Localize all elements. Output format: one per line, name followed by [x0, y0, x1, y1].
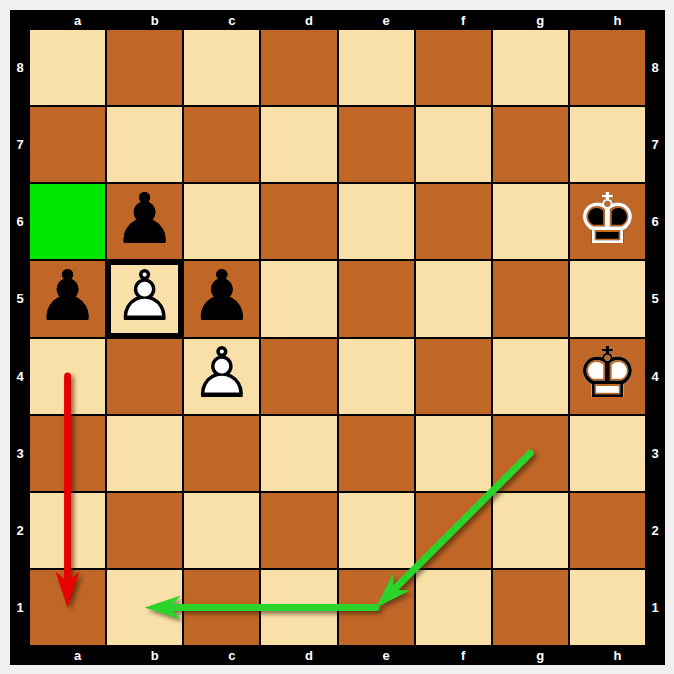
rank-label-4: 4	[10, 339, 30, 414]
square-c3[interactable]	[184, 416, 259, 491]
rank-label-6: 6	[645, 184, 665, 259]
square-d2[interactable]	[261, 493, 336, 568]
white-pawn[interactable]: ♟♙	[107, 261, 182, 336]
square-g7[interactable]	[493, 107, 568, 182]
chess-board: ♟♙♚♔♟♙♟♙♟♙♟♙♚♔	[30, 30, 645, 645]
square-h6[interactable]: ♚♔	[570, 184, 645, 259]
square-g6[interactable]	[493, 184, 568, 259]
rank-label-3: 3	[645, 416, 665, 491]
square-c5[interactable]: ♟♙	[184, 261, 259, 336]
square-h5[interactable]	[570, 261, 645, 336]
square-g1[interactable]	[493, 570, 568, 645]
square-h4[interactable]: ♚♔	[570, 339, 645, 414]
rank-labels-left: 87654321	[10, 30, 30, 645]
square-g4[interactable]	[493, 339, 568, 414]
square-d3[interactable]	[261, 416, 336, 491]
square-h2[interactable]	[570, 493, 645, 568]
square-d4[interactable]	[261, 339, 336, 414]
square-d5[interactable]	[261, 261, 336, 336]
file-label-b: b	[117, 10, 192, 30]
square-b2[interactable]	[107, 493, 182, 568]
square-h7[interactable]	[570, 107, 645, 182]
black-pawn[interactable]: ♟♙	[107, 184, 182, 259]
rank-label-2: 2	[10, 493, 30, 568]
square-c2[interactable]	[184, 493, 259, 568]
square-f8[interactable]	[416, 30, 491, 105]
square-b3[interactable]	[107, 416, 182, 491]
rank-labels-right: 87654321	[645, 30, 665, 645]
square-f2[interactable]	[416, 493, 491, 568]
rank-label-5: 5	[645, 261, 665, 336]
file-label-b: b	[117, 645, 192, 665]
file-label-g: g	[503, 10, 578, 30]
file-label-a: a	[40, 645, 115, 665]
square-c7[interactable]	[184, 107, 259, 182]
black-pawn[interactable]: ♟♙	[184, 261, 259, 336]
file-label-h: h	[580, 10, 655, 30]
white-king[interactable]: ♚♔	[570, 339, 645, 414]
file-label-f: f	[426, 645, 501, 665]
square-e5[interactable]	[339, 261, 414, 336]
square-h1[interactable]	[570, 570, 645, 645]
chess-board-frame: abcdefgh abcdefgh 87654321 87654321 ♟♙♚♔…	[10, 10, 665, 665]
rank-label-1: 1	[10, 570, 30, 645]
square-f3[interactable]	[416, 416, 491, 491]
file-label-d: d	[271, 645, 346, 665]
square-e7[interactable]	[339, 107, 414, 182]
square-c8[interactable]	[184, 30, 259, 105]
square-g8[interactable]	[493, 30, 568, 105]
square-g3[interactable]	[493, 416, 568, 491]
square-e3[interactable]	[339, 416, 414, 491]
square-e1[interactable]	[339, 570, 414, 645]
square-b5[interactable]: ♟♙	[107, 261, 182, 336]
square-f7[interactable]	[416, 107, 491, 182]
file-label-g: g	[503, 645, 578, 665]
square-d8[interactable]	[261, 30, 336, 105]
square-c6[interactable]	[184, 184, 259, 259]
white-king-outline: ♔	[576, 338, 639, 408]
file-label-f: f	[426, 10, 501, 30]
square-a5[interactable]: ♟♙	[30, 261, 105, 336]
square-d1[interactable]	[261, 570, 336, 645]
square-e8[interactable]	[339, 30, 414, 105]
square-a8[interactable]	[30, 30, 105, 105]
white-pawn-outline: ♙	[190, 338, 253, 408]
file-label-c: c	[194, 645, 269, 665]
black-king-outline: ♔	[576, 184, 639, 254]
black-king[interactable]: ♚♔	[570, 184, 645, 259]
square-h8[interactable]	[570, 30, 645, 105]
square-f6[interactable]	[416, 184, 491, 259]
file-label-e: e	[349, 645, 424, 665]
square-b8[interactable]	[107, 30, 182, 105]
square-g5[interactable]	[493, 261, 568, 336]
square-a1[interactable]	[30, 570, 105, 645]
square-b1[interactable]	[107, 570, 182, 645]
rank-label-7: 7	[645, 107, 665, 182]
black-pawn-outline: ♙	[113, 184, 176, 254]
rank-label-8: 8	[645, 30, 665, 105]
rank-label-7: 7	[10, 107, 30, 182]
rank-label-4: 4	[645, 339, 665, 414]
square-e2[interactable]	[339, 493, 414, 568]
black-pawn-outline: ♙	[190, 261, 253, 331]
square-f4[interactable]	[416, 339, 491, 414]
rank-label-6: 6	[10, 184, 30, 259]
square-d7[interactable]	[261, 107, 336, 182]
rank-label-5: 5	[10, 261, 30, 336]
square-c1[interactable]	[184, 570, 259, 645]
file-label-d: d	[271, 10, 346, 30]
square-h3[interactable]	[570, 416, 645, 491]
rank-label-2: 2	[645, 493, 665, 568]
file-label-e: e	[349, 10, 424, 30]
square-f1[interactable]	[416, 570, 491, 645]
square-b4[interactable]	[107, 339, 182, 414]
file-label-c: c	[194, 10, 269, 30]
rank-label-8: 8	[10, 30, 30, 105]
square-a2[interactable]	[30, 493, 105, 568]
square-d6[interactable]	[261, 184, 336, 259]
square-a7[interactable]	[30, 107, 105, 182]
square-e4[interactable]	[339, 339, 414, 414]
square-g2[interactable]	[493, 493, 568, 568]
square-b6[interactable]: ♟♙	[107, 184, 182, 259]
square-a4[interactable]	[30, 339, 105, 414]
square-a6[interactable]	[30, 184, 105, 259]
white-pawn-outline: ♙	[113, 261, 176, 331]
square-f5[interactable]	[416, 261, 491, 336]
rank-label-3: 3	[10, 416, 30, 491]
file-labels-top: abcdefgh	[40, 10, 655, 30]
black-pawn-outline: ♙	[36, 261, 99, 331]
rank-label-1: 1	[645, 570, 665, 645]
square-c4[interactable]: ♟♙	[184, 339, 259, 414]
white-pawn[interactable]: ♟♙	[184, 339, 259, 414]
square-a3[interactable]	[30, 416, 105, 491]
file-label-a: a	[40, 10, 115, 30]
file-labels-bottom: abcdefgh	[40, 645, 655, 665]
square-e6[interactable]	[339, 184, 414, 259]
black-pawn[interactable]: ♟♙	[30, 261, 105, 336]
square-b7[interactable]	[107, 107, 182, 182]
file-label-h: h	[580, 645, 655, 665]
